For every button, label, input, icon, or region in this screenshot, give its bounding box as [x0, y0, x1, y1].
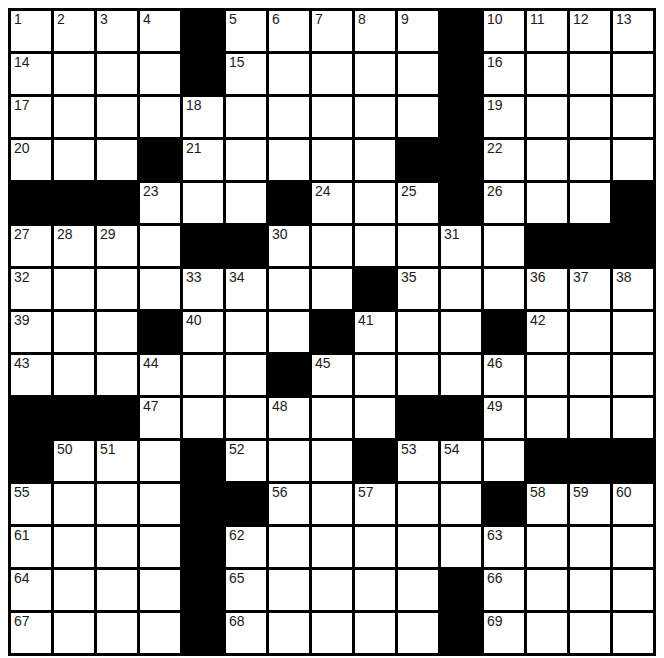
black-square: [183, 484, 223, 524]
grid-cell[interactable]: [398, 527, 438, 567]
clue-number: 8: [358, 11, 366, 27]
grid-cell[interactable]: [97, 527, 137, 567]
grid-cell[interactable]: [570, 527, 610, 567]
clue-number: 48: [272, 398, 288, 414]
black-square: [183, 441, 223, 481]
grid-cell[interactable]: 57: [355, 484, 395, 524]
black-square: [355, 441, 395, 481]
grid-cell[interactable]: 29: [97, 226, 137, 266]
grid-cell[interactable]: [355, 398, 395, 438]
grid-cell[interactable]: [441, 355, 481, 395]
grid-cell[interactable]: 1: [11, 11, 51, 51]
grid-cell[interactable]: 49: [484, 398, 524, 438]
black-square: [570, 226, 610, 266]
clue-number: 33: [186, 269, 202, 285]
grid-cell[interactable]: [441, 484, 481, 524]
grid-cell[interactable]: 30: [269, 226, 309, 266]
grid-cell[interactable]: 26: [484, 183, 524, 223]
grid-cell[interactable]: [441, 527, 481, 567]
grid-cell[interactable]: [97, 484, 137, 524]
grid-cell[interactable]: [613, 54, 653, 94]
grid-cell[interactable]: 63: [484, 527, 524, 567]
clue-number: 3: [100, 11, 108, 27]
black-square: [54, 398, 94, 438]
grid-cell[interactable]: [355, 527, 395, 567]
black-square: [183, 11, 223, 51]
grid-cell[interactable]: 15: [226, 54, 266, 94]
grid-cell[interactable]: [355, 140, 395, 180]
grid-cell[interactable]: [97, 97, 137, 137]
grid-cell[interactable]: 41: [355, 312, 395, 352]
grid-cell[interactable]: 59: [570, 484, 610, 524]
grid-cell[interactable]: 10: [484, 11, 524, 51]
black-square: [11, 441, 51, 481]
grid-cell[interactable]: [312, 97, 352, 137]
black-square: [226, 226, 266, 266]
clue-number: 14: [14, 54, 30, 70]
black-square: [97, 398, 137, 438]
grid-cell[interactable]: 7: [312, 11, 352, 51]
grid-cell[interactable]: [570, 355, 610, 395]
grid-cell[interactable]: [183, 355, 223, 395]
clue-number: 68: [229, 613, 245, 629]
grid-cell[interactable]: [527, 570, 567, 610]
grid-cell[interactable]: 65: [226, 570, 266, 610]
clue-number: 55: [14, 484, 30, 500]
grid-cell[interactable]: [140, 269, 180, 309]
clue-number: 16: [487, 54, 503, 70]
black-square: [398, 140, 438, 180]
grid-cell[interactable]: 31: [441, 226, 481, 266]
grid-cell[interactable]: [97, 312, 137, 352]
clue-number: 9: [401, 11, 409, 27]
clue-number: 23: [143, 183, 159, 199]
clue-number: 39: [14, 312, 30, 328]
grid-cell[interactable]: [97, 355, 137, 395]
grid-cell[interactable]: [54, 97, 94, 137]
grid-cell[interactable]: [398, 226, 438, 266]
clue-number: 63: [487, 527, 503, 543]
grid-cell[interactable]: [527, 140, 567, 180]
black-square: [441, 140, 481, 180]
black-square: [97, 183, 137, 223]
grid-cell[interactable]: [140, 527, 180, 567]
grid-cell[interactable]: [527, 183, 567, 223]
grid-cell[interactable]: [312, 527, 352, 567]
clue-number: 17: [14, 97, 30, 113]
grid-cell[interactable]: [269, 97, 309, 137]
black-square: [355, 269, 395, 309]
grid-cell[interactable]: [140, 484, 180, 524]
clue-number: 35: [401, 269, 417, 285]
clue-number: 65: [229, 570, 245, 586]
grid-cell[interactable]: 50: [54, 441, 94, 481]
grid-cell[interactable]: 4: [140, 11, 180, 51]
grid-cell[interactable]: [269, 54, 309, 94]
grid-cell[interactable]: [613, 97, 653, 137]
grid-cell[interactable]: 24: [312, 183, 352, 223]
clue-number: 34: [229, 269, 245, 285]
grid-cell[interactable]: [527, 54, 567, 94]
grid-cell[interactable]: 13: [613, 11, 653, 51]
clue-number: 13: [616, 11, 632, 27]
grid-cell[interactable]: [97, 613, 137, 653]
black-square: [441, 97, 481, 137]
grid-cell[interactable]: [269, 312, 309, 352]
grid-cell[interactable]: [527, 97, 567, 137]
black-square: [613, 183, 653, 223]
grid-cell[interactable]: [355, 97, 395, 137]
grid-cell[interactable]: 17: [11, 97, 51, 137]
black-square: [183, 613, 223, 653]
black-square: [269, 183, 309, 223]
grid-cell[interactable]: [398, 355, 438, 395]
clue-number: 36: [530, 269, 546, 285]
grid-cell[interactable]: [269, 140, 309, 180]
grid-cell[interactable]: [183, 183, 223, 223]
grid-cell[interactable]: 6: [269, 11, 309, 51]
black-square: [570, 441, 610, 481]
grid-cell[interactable]: [226, 97, 266, 137]
grid-cell[interactable]: 3: [97, 11, 137, 51]
black-square: [11, 398, 51, 438]
grid-cell[interactable]: 22: [484, 140, 524, 180]
grid-cell[interactable]: 23: [140, 183, 180, 223]
grid-cell[interactable]: [355, 54, 395, 94]
grid-cell[interactable]: [570, 140, 610, 180]
grid-cell[interactable]: [441, 269, 481, 309]
grid-cell[interactable]: 19: [484, 97, 524, 137]
grid-cell[interactable]: [398, 312, 438, 352]
grid-cell[interactable]: 9: [398, 11, 438, 51]
black-square: [441, 398, 481, 438]
grid-cell[interactable]: 69: [484, 613, 524, 653]
grid-cell[interactable]: [570, 613, 610, 653]
grid-cell[interactable]: [398, 613, 438, 653]
grid-cell[interactable]: 12: [570, 11, 610, 51]
grid-cell[interactable]: [312, 226, 352, 266]
grid-cell[interactable]: [140, 226, 180, 266]
grid-cell[interactable]: 53: [398, 441, 438, 481]
grid-cell[interactable]: [140, 441, 180, 481]
grid-cell[interactable]: [312, 269, 352, 309]
grid-cell[interactable]: [355, 613, 395, 653]
black-square: [140, 312, 180, 352]
grid-cell[interactable]: [54, 54, 94, 94]
clue-number: 69: [487, 613, 503, 629]
clue-number: 54: [444, 441, 460, 457]
grid-cell[interactable]: 42: [527, 312, 567, 352]
clue-number: 27: [14, 226, 30, 242]
clue-number: 12: [573, 11, 589, 27]
clue-number: 45: [315, 355, 331, 371]
grid-cell[interactable]: [140, 613, 180, 653]
page-background: 1234567891011121314151617181920212223242…: [0, 0, 664, 658]
grid-cell[interactable]: 64: [11, 570, 51, 610]
grid-cell[interactable]: 33: [183, 269, 223, 309]
black-square: [527, 441, 567, 481]
grid-cell[interactable]: [140, 54, 180, 94]
grid-cell[interactable]: 66: [484, 570, 524, 610]
clue-number: 49: [487, 398, 503, 414]
grid-cell[interactable]: [355, 226, 395, 266]
black-square: [183, 527, 223, 567]
black-square: [140, 140, 180, 180]
grid-cell[interactable]: [312, 613, 352, 653]
grid-cell[interactable]: 56: [269, 484, 309, 524]
grid-cell[interactable]: 48: [269, 398, 309, 438]
grid-cell[interactable]: 32: [11, 269, 51, 309]
grid-cell[interactable]: 36: [527, 269, 567, 309]
clue-number: 47: [143, 398, 159, 414]
black-square: [441, 11, 481, 51]
clue-number: 28: [57, 226, 73, 242]
clue-number: 58: [530, 484, 546, 500]
black-square: [183, 54, 223, 94]
grid-cell[interactable]: 27: [11, 226, 51, 266]
grid-cell[interactable]: 5: [226, 11, 266, 51]
grid-cell[interactable]: 20: [11, 140, 51, 180]
clue-number: 19: [487, 97, 503, 113]
grid-cell[interactable]: [54, 140, 94, 180]
grid-cell[interactable]: 44: [140, 355, 180, 395]
clue-number: 20: [14, 140, 30, 156]
clue-number: 38: [616, 269, 632, 285]
grid-cell[interactable]: [613, 140, 653, 180]
grid-cell[interactable]: [97, 140, 137, 180]
grid-cell[interactable]: [269, 441, 309, 481]
black-square: [312, 312, 352, 352]
grid-cell[interactable]: [484, 269, 524, 309]
grid-cell[interactable]: [613, 570, 653, 610]
grid-cell[interactable]: [484, 226, 524, 266]
clue-number: 67: [14, 613, 30, 629]
grid-cell[interactable]: [527, 398, 567, 438]
grid-cell[interactable]: 34: [226, 269, 266, 309]
clue-number: 56: [272, 484, 288, 500]
grid-cell[interactable]: [54, 484, 94, 524]
grid-cell[interactable]: [398, 484, 438, 524]
clue-number: 1: [14, 11, 22, 27]
grid-cell[interactable]: [97, 269, 137, 309]
grid-cell[interactable]: 51: [97, 441, 137, 481]
grid-cell[interactable]: [355, 355, 395, 395]
black-square: [11, 183, 51, 223]
clue-number: 41: [358, 312, 374, 328]
clue-number: 62: [229, 527, 245, 543]
clue-number: 21: [186, 140, 202, 156]
grid-cell[interactable]: 11: [527, 11, 567, 51]
grid-cell[interactable]: [54, 527, 94, 567]
grid-cell[interactable]: 55: [11, 484, 51, 524]
clue-number: 10: [487, 11, 503, 27]
clue-number: 42: [530, 312, 546, 328]
grid-cell[interactable]: 52: [226, 441, 266, 481]
grid-cell[interactable]: [613, 355, 653, 395]
grid-cell[interactable]: [54, 355, 94, 395]
black-square: [398, 398, 438, 438]
black-square: [441, 183, 481, 223]
grid-cell[interactable]: [570, 183, 610, 223]
grid-cell[interactable]: [269, 613, 309, 653]
clue-number: 26: [487, 183, 503, 199]
black-square: [613, 226, 653, 266]
grid-cell[interactable]: 14: [11, 54, 51, 94]
clue-number: 40: [186, 312, 202, 328]
black-square: [441, 570, 481, 610]
clue-number: 25: [401, 183, 417, 199]
clue-number: 60: [616, 484, 632, 500]
grid-cell[interactable]: [312, 398, 352, 438]
clue-number: 5: [229, 11, 237, 27]
black-square: [527, 226, 567, 266]
grid-cell[interactable]: 8: [355, 11, 395, 51]
grid-cell[interactable]: [140, 570, 180, 610]
grid-cell[interactable]: [269, 527, 309, 567]
grid-cell[interactable]: 2: [54, 11, 94, 51]
grid-cell[interactable]: [312, 484, 352, 524]
grid-cell[interactable]: [183, 398, 223, 438]
grid-cell[interactable]: [527, 355, 567, 395]
clue-number: 18: [186, 97, 202, 113]
grid-cell[interactable]: 67: [11, 613, 51, 653]
grid-cell[interactable]: 61: [11, 527, 51, 567]
grid-cell[interactable]: 47: [140, 398, 180, 438]
grid-cell[interactable]: 45: [312, 355, 352, 395]
grid-cell[interactable]: [570, 398, 610, 438]
clue-number: 11: [530, 11, 545, 27]
clue-number: 22: [487, 140, 503, 156]
grid-cell[interactable]: [398, 97, 438, 137]
black-square: [269, 355, 309, 395]
clue-number: 57: [358, 484, 374, 500]
clue-number: 59: [573, 484, 589, 500]
grid-cell[interactable]: [226, 398, 266, 438]
black-square: [441, 54, 481, 94]
grid-cell[interactable]: [312, 441, 352, 481]
grid-cell[interactable]: [226, 355, 266, 395]
clue-number: 24: [315, 183, 331, 199]
clue-number: 30: [272, 226, 288, 242]
grid-cell[interactable]: 60: [613, 484, 653, 524]
grid-cell[interactable]: 25: [398, 183, 438, 223]
clue-number: 2: [57, 11, 65, 27]
grid-cell[interactable]: [570, 97, 610, 137]
clue-number: 32: [14, 269, 30, 285]
grid-cell[interactable]: [613, 312, 653, 352]
grid-cell[interactable]: [527, 527, 567, 567]
clue-number: 53: [401, 441, 417, 457]
grid-cell[interactable]: 18: [183, 97, 223, 137]
black-square: [441, 613, 481, 653]
grid-cell[interactable]: 37: [570, 269, 610, 309]
grid-cell[interactable]: [54, 613, 94, 653]
clue-number: 29: [100, 226, 116, 242]
black-square: [484, 484, 524, 524]
clue-number: 37: [573, 269, 589, 285]
grid-cell[interactable]: [312, 570, 352, 610]
grid-cell[interactable]: [355, 570, 395, 610]
grid-cell[interactable]: [226, 183, 266, 223]
grid-cell[interactable]: 39: [11, 312, 51, 352]
clue-number: 4: [143, 11, 151, 27]
clue-number: 15: [229, 54, 245, 70]
grid-cell[interactable]: [398, 570, 438, 610]
grid-cell[interactable]: [570, 570, 610, 610]
grid-cell[interactable]: [398, 54, 438, 94]
black-square: [484, 312, 524, 352]
clue-number: 61: [14, 527, 30, 543]
grid-cell[interactable]: 62: [226, 527, 266, 567]
grid-cell[interactable]: [97, 54, 137, 94]
grid-cell[interactable]: 43: [11, 355, 51, 395]
clue-number: 52: [229, 441, 245, 457]
clue-number: 31: [444, 226, 460, 242]
grid-cell[interactable]: [312, 54, 352, 94]
grid-cell[interactable]: 28: [54, 226, 94, 266]
grid-cell[interactable]: 54: [441, 441, 481, 481]
black-square: [183, 226, 223, 266]
grid-cell[interactable]: [226, 312, 266, 352]
clue-number: 50: [57, 441, 73, 457]
grid-cell[interactable]: [527, 613, 567, 653]
clue-number: 43: [14, 355, 30, 371]
clue-number: 6: [272, 11, 280, 27]
grid-cell[interactable]: [613, 398, 653, 438]
grid-cell[interactable]: [54, 312, 94, 352]
grid-cell[interactable]: [570, 312, 610, 352]
clue-number: 64: [14, 570, 30, 586]
grid-cell[interactable]: [269, 269, 309, 309]
grid-cell[interactable]: 16: [484, 54, 524, 94]
grid-cell[interactable]: 40: [183, 312, 223, 352]
grid-cell[interactable]: [613, 527, 653, 567]
grid-cell[interactable]: [312, 140, 352, 180]
grid-cell[interactable]: 35: [398, 269, 438, 309]
black-square: [226, 484, 266, 524]
clue-number: 51: [100, 441, 116, 457]
grid-cell[interactable]: [441, 312, 481, 352]
grid-cell[interactable]: 68: [226, 613, 266, 653]
grid-cell[interactable]: [613, 613, 653, 653]
clue-number: 66: [487, 570, 503, 586]
clue-number: 44: [143, 355, 159, 371]
grid-cell[interactable]: [54, 269, 94, 309]
clue-number: 46: [487, 355, 503, 371]
grid-cell[interactable]: [355, 183, 395, 223]
clue-number: 7: [315, 11, 323, 27]
grid-cell[interactable]: [269, 570, 309, 610]
grid-cell[interactable]: 58: [527, 484, 567, 524]
black-square: [613, 441, 653, 481]
grid-cell[interactable]: [484, 441, 524, 481]
grid-cell[interactable]: [140, 97, 180, 137]
grid-cell[interactable]: [54, 570, 94, 610]
grid-cell[interactable]: [226, 140, 266, 180]
grid-cell[interactable]: 21: [183, 140, 223, 180]
crossword-board: 1234567891011121314151617181920212223242…: [8, 8, 656, 656]
black-square: [183, 570, 223, 610]
grid-cell[interactable]: 38: [613, 269, 653, 309]
black-square: [54, 183, 94, 223]
grid-cell[interactable]: [97, 570, 137, 610]
grid-cell[interactable]: 46: [484, 355, 524, 395]
grid-cell[interactable]: [570, 54, 610, 94]
